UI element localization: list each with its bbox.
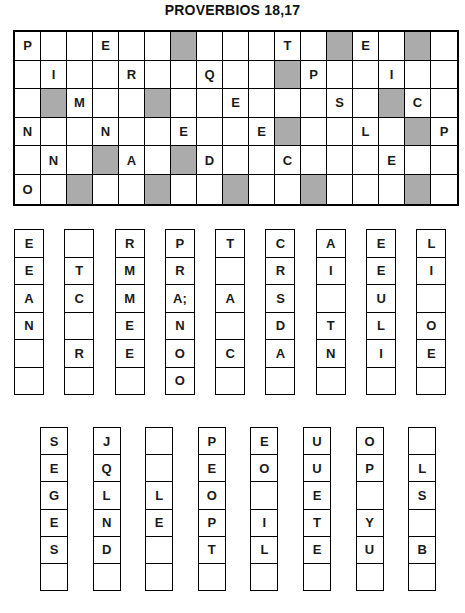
letter-stack-column: EEULI: [366, 229, 396, 395]
grid-given-letter-cell: P: [15, 32, 41, 61]
grid-given-letter-cell: P: [431, 118, 457, 147]
grid-given-letter-cell: C: [275, 146, 301, 175]
stack-filler-cell: [366, 367, 396, 396]
stack-letter-cell: U: [366, 284, 396, 313]
stack-letter-cell: O: [250, 454, 278, 482]
stack-letter-cell: N: [14, 312, 44, 341]
stack-letter-cell: U: [303, 454, 331, 482]
stack-letter-cell: P: [165, 229, 195, 258]
grid-blocked-cell: [275, 118, 301, 147]
grid-empty-cell[interactable]: [353, 146, 379, 175]
stack-letter-cell: S: [40, 536, 68, 564]
stack-letter-cell: R: [265, 257, 295, 286]
grid-given-letter-cell: N: [15, 118, 41, 147]
stack-letter-cell: D: [93, 536, 121, 564]
grid-empty-cell[interactable]: [119, 32, 145, 61]
stack-letter-cell: A: [265, 339, 295, 368]
grid-empty-cell[interactable]: [405, 61, 431, 90]
stack-filler-cell: [250, 563, 278, 591]
stack-filler-cell: [64, 229, 94, 258]
grid-blocked-cell: [405, 32, 431, 61]
stack-filler-cell: [198, 563, 226, 591]
grid-given-letter-cell: E: [171, 118, 197, 147]
grid-empty-cell[interactable]: [301, 89, 327, 118]
stack-letter-cell: O: [165, 367, 195, 396]
grid-blocked-cell: [223, 175, 249, 204]
stack-letter-cell: E: [115, 312, 145, 341]
grid-empty-cell[interactable]: [353, 61, 379, 90]
grid-empty-cell[interactable]: [431, 32, 457, 61]
grid-empty-cell[interactable]: [197, 32, 223, 61]
stack-filler-cell: [316, 367, 346, 396]
grid-given-letter-cell: E: [249, 118, 275, 147]
stack-letter-cell: Y: [356, 509, 384, 537]
grid-given-letter-cell: T: [275, 32, 301, 61]
stack-letter-cell: N: [316, 339, 346, 368]
letter-stack-column: CRSDA: [265, 229, 295, 395]
stack-letter-cell: P: [198, 509, 226, 537]
grid-empty-cell[interactable]: [41, 118, 67, 147]
grid-empty-cell[interactable]: [93, 175, 119, 204]
grid-empty-cell[interactable]: [249, 175, 275, 204]
letter-stack-column: PRA;NOO: [165, 229, 195, 395]
grid-empty-cell[interactable]: [145, 61, 171, 90]
grid-empty-cell[interactable]: [41, 175, 67, 204]
grid-blocked-cell: [171, 146, 197, 175]
stack-letter-cell: P: [356, 454, 384, 482]
grid-given-letter-cell: E: [353, 32, 379, 61]
stack-letter-cell: I: [416, 257, 446, 286]
grid-empty-cell[interactable]: [301, 146, 327, 175]
letter-stack-column: EEAN: [14, 229, 44, 395]
letter-stack-column: TCR: [64, 229, 94, 395]
stack-letter-cell: B: [408, 536, 436, 564]
stack-filler-cell: [145, 536, 173, 564]
stack-letter-cell: N: [165, 312, 195, 341]
grid-given-letter-cell: M: [67, 89, 93, 118]
stack-letter-cell: A: [316, 229, 346, 258]
grid-empty-cell[interactable]: [223, 32, 249, 61]
stack-letter-cell: S: [40, 427, 68, 455]
stack-filler-cell: [356, 481, 384, 509]
letter-stack-column: PEOPT: [198, 427, 226, 591]
stack-letter-cell: A;: [165, 284, 195, 313]
grid-blocked-cell: [379, 89, 405, 118]
stack-letter-cell: L: [416, 229, 446, 258]
letter-stack-column: JQLND: [93, 427, 121, 591]
grid-empty-cell[interactable]: [249, 89, 275, 118]
grid-blocked-cell: [275, 61, 301, 90]
grid-empty-cell[interactable]: [197, 118, 223, 147]
grid-blocked-cell: [405, 118, 431, 147]
grid-empty-cell[interactable]: [171, 89, 197, 118]
puzzle-grid: PETEIRQPIMESCNNEELPNADCEO: [13, 30, 459, 206]
grid-empty-cell[interactable]: [327, 146, 353, 175]
grid-given-letter-cell: E: [93, 32, 119, 61]
stack-letter-cell: E: [303, 536, 331, 564]
grid-empty-cell[interactable]: [15, 61, 41, 90]
stack-letter-cell: L: [250, 536, 278, 564]
grid-given-letter-cell: O: [15, 175, 41, 204]
grid-given-letter-cell: C: [405, 89, 431, 118]
stack-letter-cell: L: [93, 481, 121, 509]
stack-letter-cell: E: [366, 257, 396, 286]
grid-empty-cell[interactable]: [171, 61, 197, 90]
stack-filler-cell: [416, 284, 446, 313]
grid-blocked-cell: [93, 146, 119, 175]
grid-blocked-cell: [145, 175, 171, 204]
stack-letter-cell: D: [265, 312, 295, 341]
stack-letter-cell: E: [198, 454, 226, 482]
stack-filler-cell: [416, 367, 446, 396]
grid-empty-cell[interactable]: [327, 175, 353, 204]
grid-empty-cell[interactable]: [119, 175, 145, 204]
grid-empty-cell[interactable]: [15, 89, 41, 118]
stack-letter-cell: I: [366, 339, 396, 368]
stack-letter-cell: M: [115, 257, 145, 286]
stack-filler-cell: [115, 367, 145, 396]
grid-empty-cell[interactable]: [353, 89, 379, 118]
grid-blocked-cell: [405, 175, 431, 204]
grid-empty-cell[interactable]: [171, 175, 197, 204]
grid-given-letter-cell: S: [327, 89, 353, 118]
grid-empty-cell[interactable]: [145, 146, 171, 175]
stack-letter-cell: R: [64, 339, 94, 368]
letter-stack-column: TAC: [215, 229, 245, 395]
grid-empty-cell[interactable]: [405, 146, 431, 175]
grid-given-letter-cell: D: [197, 146, 223, 175]
stack-letter-cell: T: [198, 536, 226, 564]
stack-filler-cell: [356, 563, 384, 591]
puzzle-page: PROVERBIOS 18,17 PETEIRQPIMESCNNEELPNADC…: [0, 0, 465, 613]
grid-empty-cell[interactable]: [379, 175, 405, 204]
grid-blocked-cell: [301, 175, 327, 204]
stack-letter-cell: T: [64, 257, 94, 286]
grid-blocked-cell: [171, 32, 197, 61]
stack-filler-cell: [14, 367, 44, 396]
stack-letter-cell: A: [14, 284, 44, 313]
letter-stack-column: SEGES: [40, 427, 68, 591]
stack-letter-cell: E: [40, 454, 68, 482]
stack-letter-cell: R: [165, 257, 195, 286]
grid-empty-cell[interactable]: [301, 32, 327, 61]
grid-empty-cell[interactable]: [145, 32, 171, 61]
grid-empty-cell[interactable]: [431, 175, 457, 204]
stack-letter-cell: T: [215, 229, 245, 258]
grid-blocked-cell: [67, 175, 93, 204]
stack-letter-cell: L: [145, 481, 173, 509]
letter-bank-middle: EEANTCRRMMEEPRA;NOOTACCRSDAAITNEEULILIOE: [14, 229, 446, 395]
stack-letter-cell: O: [416, 312, 446, 341]
stack-letter-cell: E: [366, 229, 396, 258]
grid-given-letter-cell: E: [379, 146, 405, 175]
grid-empty-cell[interactable]: [67, 61, 93, 90]
stack-filler-cell: [215, 312, 245, 341]
grid-empty-cell[interactable]: [249, 61, 275, 90]
stack-letter-cell: U: [356, 536, 384, 564]
grid-empty-cell[interactable]: [223, 146, 249, 175]
letter-stack-column: RMMEE: [115, 229, 145, 395]
stack-letter-cell: R: [115, 229, 145, 258]
grid-empty-cell[interactable]: [431, 146, 457, 175]
stack-filler-cell: [40, 563, 68, 591]
grid-empty-cell[interactable]: [327, 61, 353, 90]
grid-empty-cell[interactable]: [145, 118, 171, 147]
letter-stack-column: LIOE: [416, 229, 446, 395]
stack-letter-cell: E: [14, 257, 44, 286]
grid-given-letter-cell: I: [379, 61, 405, 90]
stack-filler-cell: [145, 563, 173, 591]
stack-filler-cell: [93, 563, 121, 591]
grid-empty-cell[interactable]: [327, 118, 353, 147]
stack-letter-cell: C: [64, 284, 94, 313]
grid-given-letter-cell: L: [353, 118, 379, 147]
stack-letter-cell: I: [316, 257, 346, 286]
puzzle-title: PROVERBIOS 18,17: [0, 2, 465, 18]
stack-letter-cell: S: [265, 284, 295, 313]
grid-empty-cell[interactable]: [379, 118, 405, 147]
stack-filler-cell: [250, 481, 278, 509]
grid-empty-cell[interactable]: [379, 32, 405, 61]
grid-empty-cell[interactable]: [197, 175, 223, 204]
stack-letter-cell: E: [416, 339, 446, 368]
letter-stack-column: OPYU: [356, 427, 384, 591]
stack-filler-cell: [265, 367, 295, 396]
grid-blocked-cell: [327, 32, 353, 61]
stack-letter-cell: U: [303, 427, 331, 455]
stack-letter-cell: E: [145, 509, 173, 537]
letter-stack-column: AITN: [316, 229, 346, 395]
stack-filler-cell: [408, 563, 436, 591]
stack-letter-cell: E: [115, 339, 145, 368]
letter-stack-column: LE: [145, 427, 173, 591]
stack-letter-cell: Q: [93, 454, 121, 482]
stack-letter-cell: O: [356, 427, 384, 455]
stack-filler-cell: [303, 563, 331, 591]
stack-letter-cell: C: [215, 339, 245, 368]
grid-empty-cell[interactable]: [67, 32, 93, 61]
grid-empty-cell[interactable]: [249, 32, 275, 61]
stack-letter-cell: E: [303, 481, 331, 509]
stack-filler-cell: [316, 284, 346, 313]
grid-given-letter-cell: A: [119, 146, 145, 175]
stack-filler-cell: [64, 367, 94, 396]
stack-filler-cell: [215, 257, 245, 286]
grid-given-letter-cell: E: [223, 89, 249, 118]
stack-filler-cell: [64, 312, 94, 341]
stack-letter-cell: J: [93, 427, 121, 455]
letter-stack-column: UUETE: [303, 427, 331, 591]
grid-given-letter-cell: N: [93, 118, 119, 147]
stack-letter-cell: S: [408, 481, 436, 509]
stack-letter-cell: L: [366, 312, 396, 341]
grid-empty-cell[interactable]: [119, 118, 145, 147]
grid-empty-cell[interactable]: [15, 146, 41, 175]
grid-empty-cell[interactable]: [431, 61, 457, 90]
grid-empty-cell[interactable]: [93, 89, 119, 118]
stack-letter-cell: E: [40, 509, 68, 537]
grid-empty-cell[interactable]: [249, 146, 275, 175]
stack-letter-cell: P: [198, 427, 226, 455]
grid-empty-cell[interactable]: [41, 32, 67, 61]
grid-empty-cell[interactable]: [301, 118, 327, 147]
stack-filler-cell: [145, 427, 173, 455]
stack-letter-cell: E: [250, 427, 278, 455]
grid-empty-cell[interactable]: [223, 61, 249, 90]
stack-letter-cell: E: [14, 229, 44, 258]
stack-letter-cell: L: [408, 454, 436, 482]
grid-given-letter-cell: N: [41, 146, 67, 175]
grid-empty-cell[interactable]: [275, 89, 301, 118]
letter-stack-column: LSB: [408, 427, 436, 591]
grid-given-letter-cell: Q: [197, 61, 223, 90]
stack-letter-cell: G: [40, 481, 68, 509]
stack-filler-cell: [145, 454, 173, 482]
stack-letter-cell: O: [165, 339, 195, 368]
grid-empty-cell[interactable]: [223, 118, 249, 147]
stack-letter-cell: I: [250, 509, 278, 537]
letter-bank-bottom: SEGESJQLNDLEPEOPTEOILUUETEOPYULSB: [40, 427, 436, 591]
grid-blocked-cell: [145, 89, 171, 118]
grid-empty-cell[interactable]: [197, 89, 223, 118]
grid-empty-cell[interactable]: [275, 175, 301, 204]
grid-empty-cell[interactable]: [93, 61, 119, 90]
grid-blocked-cell: [41, 89, 67, 118]
grid-given-letter-cell: P: [301, 61, 327, 90]
stack-letter-cell: C: [265, 229, 295, 258]
stack-filler-cell: [408, 509, 436, 537]
grid-empty-cell[interactable]: [119, 89, 145, 118]
grid-empty-cell[interactable]: [353, 175, 379, 204]
grid-empty-cell[interactable]: [67, 146, 93, 175]
stack-filler-cell: [14, 339, 44, 368]
stack-letter-cell: T: [316, 312, 346, 341]
stack-letter-cell: A: [215, 284, 245, 313]
grid-empty-cell[interactable]: [431, 89, 457, 118]
stack-letter-cell: M: [115, 284, 145, 313]
grid-given-letter-cell: R: [119, 61, 145, 90]
stack-letter-cell: O: [198, 481, 226, 509]
stack-letter-cell: T: [303, 509, 331, 537]
letter-stack-column: EOIL: [250, 427, 278, 591]
stack-letter-cell: N: [93, 509, 121, 537]
grid-given-letter-cell: I: [41, 61, 67, 90]
stack-filler-cell: [215, 367, 245, 396]
grid-empty-cell[interactable]: [67, 118, 93, 147]
stack-filler-cell: [408, 427, 436, 455]
